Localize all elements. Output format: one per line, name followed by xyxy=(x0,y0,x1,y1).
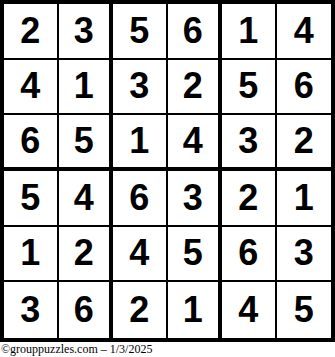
copyright-credit: ©grouppuzzles.com – 1/3/2025 xyxy=(1,342,152,356)
cell-r2c3: 3 xyxy=(113,60,168,116)
cell-r4c6: 1 xyxy=(277,171,332,227)
cell-r2c1: 4 xyxy=(4,60,59,116)
cell-r4c1: 5 xyxy=(4,171,59,227)
cell-r1c4: 6 xyxy=(168,4,223,60)
cell-r6c4: 1 xyxy=(168,282,223,338)
cell-r4c4: 3 xyxy=(168,171,223,227)
cell-r2c6: 6 xyxy=(277,60,332,116)
cell-r2c2: 1 xyxy=(59,60,114,116)
cell-r5c1: 1 xyxy=(4,227,59,283)
cell-r6c1: 3 xyxy=(4,282,59,338)
cell-r3c2: 5 xyxy=(59,115,114,171)
cell-r3c4: 4 xyxy=(168,115,223,171)
cell-r5c3: 4 xyxy=(113,227,168,283)
sudoku-board: 235614413256651432546321124563362145 xyxy=(0,0,335,342)
cell-r1c6: 4 xyxy=(277,4,332,60)
cell-r1c1: 2 xyxy=(4,4,59,60)
cell-r2c4: 2 xyxy=(168,60,223,116)
cell-r5c4: 5 xyxy=(168,227,223,283)
cell-r6c3: 2 xyxy=(113,282,168,338)
cell-r3c3: 1 xyxy=(113,115,168,171)
cell-r5c2: 2 xyxy=(59,227,114,283)
cell-r4c5: 2 xyxy=(222,171,277,227)
cell-r3c5: 3 xyxy=(222,115,277,171)
cell-r3c6: 2 xyxy=(277,115,332,171)
cell-r5c5: 6 xyxy=(222,227,277,283)
cell-r4c3: 6 xyxy=(113,171,168,227)
cell-r6c2: 6 xyxy=(59,282,114,338)
cell-r1c2: 3 xyxy=(59,4,114,60)
cell-r2c5: 5 xyxy=(222,60,277,116)
cell-r1c5: 1 xyxy=(222,4,277,60)
cell-r1c3: 5 xyxy=(113,4,168,60)
cell-r6c6: 5 xyxy=(277,282,332,338)
cell-r4c2: 4 xyxy=(59,171,114,227)
cell-r6c5: 4 xyxy=(222,282,277,338)
cell-r5c6: 3 xyxy=(277,227,332,283)
cell-r3c1: 6 xyxy=(4,115,59,171)
